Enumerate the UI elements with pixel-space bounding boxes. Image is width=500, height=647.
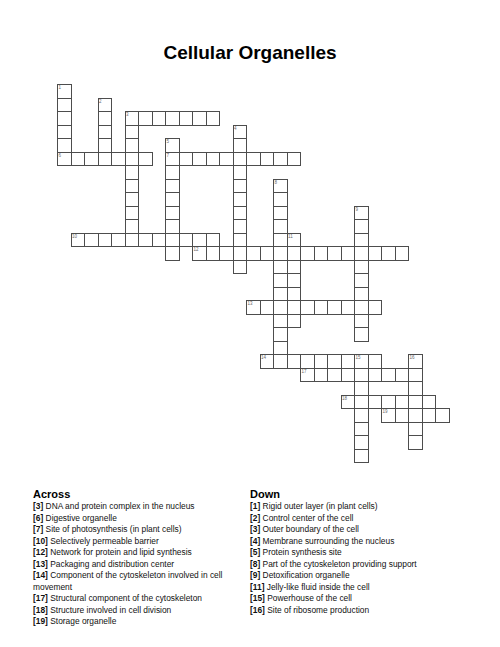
crossword-cell[interactable] (260, 152, 275, 167)
clue-item: [6] Digestive organelle (33, 513, 247, 525)
crossword-cell[interactable] (395, 395, 410, 410)
crossword-cell[interactable] (273, 314, 288, 329)
crossword-cell[interactable] (125, 138, 140, 153)
crossword-cell[interactable] (287, 314, 302, 329)
crossword-cell[interactable] (57, 138, 72, 153)
crossword-cell[interactable] (233, 246, 248, 261)
crossword-cell[interactable] (192, 233, 207, 248)
crossword-cell[interactable] (165, 179, 180, 194)
crossword-cell[interactable] (381, 368, 396, 383)
crossword-cell[interactable] (71, 152, 86, 167)
crossword-cell[interactable] (354, 354, 369, 369)
crossword-cell[interactable] (165, 111, 180, 126)
crossword-cell[interactable] (354, 287, 369, 302)
crossword-cell[interactable] (354, 449, 369, 464)
crossword-cell[interactable] (98, 138, 113, 153)
crossword-cell[interactable] (408, 408, 423, 423)
crossword-cell[interactable] (341, 354, 356, 369)
crossword-cell[interactable] (354, 206, 369, 221)
crossword-cell[interactable] (165, 138, 180, 153)
crossword-cell[interactable] (206, 233, 221, 248)
clue-item: [7] Site of photosynthesis (in plant cel… (33, 524, 247, 536)
crossword-cell[interactable] (395, 368, 410, 383)
across-heading: Across (33, 488, 70, 500)
crossword-cell[interactable] (246, 300, 261, 315)
crossword-cell[interactable] (327, 300, 342, 315)
crossword-cell[interactable] (273, 233, 288, 248)
crossword-cell[interactable] (125, 192, 140, 207)
clue-item: [16] Site of ribosome production (250, 605, 472, 617)
crossword-cell[interactable] (260, 354, 275, 369)
clue-item: [15] Powerhouse of the cell (250, 593, 472, 605)
crossword-cell[interactable] (287, 233, 302, 248)
across-clue-list: [3] DNA and protein complex in the nucle… (33, 501, 247, 628)
crossword-cell[interactable] (206, 246, 221, 261)
crossword-cell[interactable] (125, 111, 140, 126)
crossword-cell[interactable] (57, 84, 72, 99)
crossword-cell[interactable] (192, 152, 207, 167)
crossword-cell[interactable] (354, 368, 369, 383)
crossword-cell[interactable] (179, 152, 194, 167)
crossword-cell[interactable] (165, 192, 180, 207)
crossword-cell[interactable] (84, 233, 99, 248)
crossword-cell[interactable] (273, 219, 288, 234)
crossword-cell[interactable] (125, 152, 140, 167)
crossword-cell[interactable] (422, 395, 437, 410)
clue-item: [18] Structure involved in cell division (33, 605, 247, 617)
clue-item: [3] Outer boundary of the cell (250, 524, 472, 536)
crossword-cell[interactable] (246, 152, 261, 167)
down-heading: Down (250, 488, 280, 500)
crossword-cell[interactable] (354, 395, 369, 410)
crossword-cell[interactable] (273, 260, 288, 275)
crossword-cell[interactable] (341, 368, 356, 383)
crossword-cell[interactable] (435, 408, 450, 423)
clue-item: [10] Selectively permeable barrier (33, 536, 247, 548)
clue-item: [4] Membrane surrounding the nucleus (250, 536, 472, 548)
crossword-cell[interactable] (354, 300, 369, 315)
crossword-cell[interactable] (98, 98, 113, 113)
crossword-cell[interactable] (273, 273, 288, 288)
crossword-cell[interactable] (233, 192, 248, 207)
crossword-cell[interactable] (138, 152, 153, 167)
crossword-cell[interactable] (327, 354, 342, 369)
crossword-cell[interactable] (192, 111, 207, 126)
crossword-cell[interactable] (408, 381, 423, 396)
crossword-cell[interactable] (273, 354, 288, 369)
crossword-cell[interactable] (273, 179, 288, 194)
crossword-cell[interactable] (165, 206, 180, 221)
clue-item: [8] Part of the cytoskeleton providing s… (250, 559, 472, 571)
down-clue-list: [1] Rigid outer layer (in plant cells)[2… (250, 501, 472, 616)
crossword-cell[interactable] (287, 246, 302, 261)
crossword-cell[interactable] (57, 152, 72, 167)
crossword-cell[interactable] (300, 354, 315, 369)
crossword-cell[interactable] (98, 233, 113, 248)
crossword-cell[interactable] (300, 368, 315, 383)
crossword-cell[interactable] (408, 368, 423, 383)
crossword-cell[interactable] (165, 246, 180, 261)
crossword-cell[interactable] (233, 138, 248, 153)
crossword-cell[interactable] (354, 435, 369, 450)
crossword-cell[interactable] (354, 408, 369, 423)
crossword-cell[interactable] (273, 192, 288, 207)
crossword-cell[interactable] (152, 233, 167, 248)
crossword-cell[interactable] (273, 152, 288, 167)
crossword-cell[interactable] (395, 246, 410, 261)
crossword-cell[interactable] (381, 246, 396, 261)
crossword-cell[interactable] (273, 300, 288, 315)
crossword-cell[interactable] (165, 165, 180, 180)
crossword-cell[interactable] (300, 300, 315, 315)
clue-item: [9] Detoxification organelle (250, 570, 472, 582)
crossword-cell[interactable] (233, 206, 248, 221)
crossword-cell[interactable] (287, 287, 302, 302)
clue-item: [1] Rigid outer layer (in plant cells) (250, 501, 472, 513)
crossword-cell[interactable] (165, 233, 180, 248)
crossword-cell[interactable] (233, 233, 248, 248)
crossword-cell[interactable] (354, 314, 369, 329)
crossword-cell[interactable] (300, 246, 315, 261)
crossword-cell[interactable] (368, 368, 383, 383)
clue-item: [12] Network for protein and lipid synth… (33, 547, 247, 559)
crossword-cell[interactable] (192, 246, 207, 261)
crossword-cell[interactable] (111, 233, 126, 248)
crossword-cell[interactable] (273, 246, 288, 261)
crossword-cell[interactable] (273, 206, 288, 221)
crossword-cell[interactable] (71, 233, 86, 248)
crossword-cell[interactable] (273, 341, 288, 356)
crossword-cell[interactable] (84, 152, 99, 167)
crossword-cell[interactable] (233, 260, 248, 275)
crossword-cell[interactable] (368, 395, 383, 410)
crossword-cell[interactable] (219, 246, 234, 261)
crossword-cell[interactable] (233, 125, 248, 140)
crossword-cell[interactable] (179, 233, 194, 248)
crossword-cell[interactable] (273, 327, 288, 342)
crossword-cell[interactable] (287, 300, 302, 315)
crossword-grid: 12345678910111213141516171819 (57, 84, 449, 463)
crossword-cell[interactable] (314, 354, 329, 369)
crossword-cell[interactable] (314, 300, 329, 315)
crossword-cell[interactable] (287, 260, 302, 275)
crossword-cell[interactable] (314, 368, 329, 383)
crossword-cell[interactable] (368, 246, 383, 261)
clue-item: [5] Protein synthesis site (250, 547, 472, 559)
crossword-cell[interactable] (381, 408, 396, 423)
crossword-cell[interactable] (422, 408, 437, 423)
crossword-cell[interactable] (233, 219, 248, 234)
crossword-cell[interactable] (408, 395, 423, 410)
crossword-cell[interactable] (354, 260, 369, 275)
crossword-cell[interactable] (354, 381, 369, 396)
clue-item: [3] DNA and protein complex in the nucle… (33, 501, 247, 513)
crossword-cell[interactable] (287, 354, 302, 369)
crossword-cell[interactable] (408, 354, 423, 369)
crossword-cell[interactable] (368, 300, 383, 315)
crossword-cell[interactable] (287, 273, 302, 288)
crossword-cell[interactable] (125, 233, 140, 248)
crossword-cell[interactable] (233, 179, 248, 194)
crossword-cell[interactable] (165, 219, 180, 234)
crossword-cell[interactable] (233, 165, 248, 180)
crossword-cell[interactable] (233, 152, 248, 167)
crossword-cell[interactable] (354, 233, 369, 248)
clue-item: [17] Structural component of the cytoske… (33, 593, 247, 605)
crossword-cell[interactable] (354, 327, 369, 342)
crossword-cell[interactable] (341, 395, 356, 410)
crossword-cell[interactable] (206, 111, 221, 126)
crossword-cell[interactable] (125, 179, 140, 194)
crossword-cell[interactable] (381, 395, 396, 410)
crossword-cell[interactable] (57, 98, 72, 113)
crossword-cell[interactable] (98, 152, 113, 167)
crossword-cell[interactable] (246, 246, 261, 261)
crossword-cell[interactable] (341, 246, 356, 261)
crossword-cell[interactable] (138, 111, 153, 126)
clue-item: [2] Control center of the cell (250, 513, 472, 525)
clue-item: [14] Component of the cytoskeleton invol… (33, 570, 247, 593)
crossword-cell[interactable] (354, 273, 369, 288)
crossword-cell[interactable] (260, 246, 275, 261)
crossword-cell[interactable] (57, 125, 72, 140)
crossword-cell[interactable] (408, 435, 423, 450)
crossword-cell[interactable] (57, 111, 72, 126)
crossword-cell[interactable] (327, 246, 342, 261)
crossword-cell[interactable] (273, 287, 288, 302)
crossword-cell[interactable] (152, 111, 167, 126)
crossword-cell[interactable] (327, 368, 342, 383)
crossword-cell[interactable] (98, 125, 113, 140)
crossword-cell[interactable] (111, 152, 126, 167)
crossword-cell[interactable] (165, 152, 180, 167)
crossword-page: Cellular Organelles 12345678910111213141… (0, 0, 500, 647)
crossword-cell[interactable] (179, 111, 194, 126)
crossword-cell[interactable] (219, 152, 234, 167)
clue-item: [13] Packaging and distribution center (33, 559, 247, 571)
crossword-cell[interactable] (260, 300, 275, 315)
crossword-cell[interactable] (287, 152, 302, 167)
crossword-cell[interactable] (354, 422, 369, 437)
crossword-cell[interactable] (368, 354, 383, 369)
crossword-cell[interactable] (125, 219, 140, 234)
crossword-cell[interactable] (138, 233, 153, 248)
crossword-cell[interactable] (341, 300, 356, 315)
clue-item: [19] Storage organelle (33, 616, 247, 628)
crossword-cell[interactable] (354, 246, 369, 261)
crossword-cell[interactable] (125, 206, 140, 221)
crossword-cell[interactable] (125, 165, 140, 180)
crossword-cell[interactable] (395, 408, 410, 423)
crossword-cell[interactable] (98, 111, 113, 126)
crossword-cell[interactable] (314, 246, 329, 261)
crossword-cell[interactable] (125, 125, 140, 140)
crossword-cell[interactable] (206, 152, 221, 167)
clue-item: [11] Jelly-like fluid inside the cell (250, 582, 472, 594)
crossword-cell[interactable] (354, 219, 369, 234)
page-title: Cellular Organelles (0, 42, 500, 64)
crossword-cell[interactable] (408, 422, 423, 437)
